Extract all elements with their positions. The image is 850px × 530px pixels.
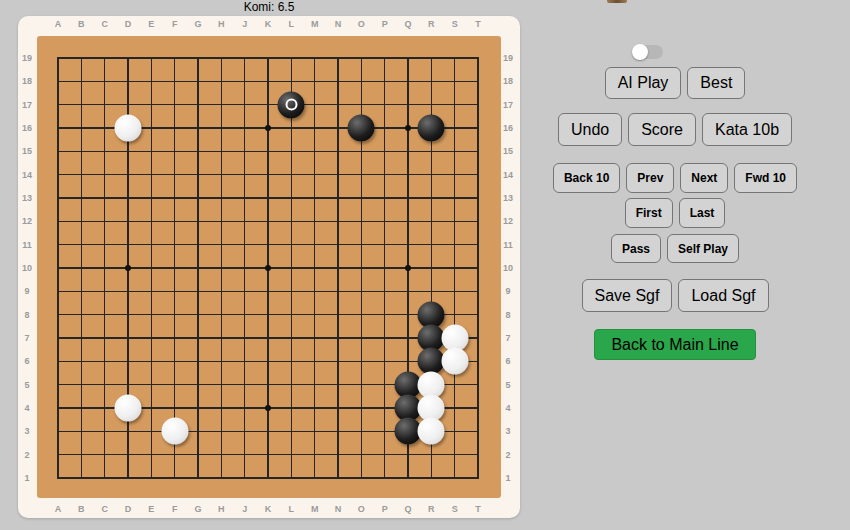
coord-label-left: 4 [24, 403, 29, 413]
coord-label-top: L [289, 19, 295, 29]
last-move-marker [285, 99, 297, 111]
save-sgf-button[interactable]: Save Sgf [582, 279, 673, 312]
coord-label-bottom: S [452, 504, 458, 514]
coord-label-top: S [452, 19, 458, 29]
back10-button[interactable]: Back 10 [553, 163, 620, 193]
star-point [265, 265, 271, 271]
coord-label-right: 11 [503, 240, 513, 250]
coord-label-right: 8 [505, 310, 510, 320]
fwd10-button[interactable]: Fwd 10 [734, 163, 797, 193]
coord-label-right: 12 [503, 216, 513, 226]
coord-label-left: 3 [24, 426, 29, 436]
grid-line-horizontal [57, 361, 479, 363]
row-undo: Undo Score Kata 10b [530, 113, 820, 146]
grid-line-horizontal [57, 291, 479, 293]
coord-label-bottom: F [172, 504, 178, 514]
coord-label-top: H [218, 19, 225, 29]
coord-label-left: 15 [22, 146, 32, 156]
first-button[interactable]: First [625, 198, 673, 228]
coord-label-bottom: Q [404, 504, 411, 514]
coord-label-right: 5 [505, 380, 510, 390]
coord-label-left: 12 [22, 216, 32, 226]
pass-button[interactable]: Pass [611, 234, 661, 263]
coord-label-top: P [382, 19, 388, 29]
load-sgf-button[interactable]: Load Sgf [678, 279, 768, 312]
coord-label-right: 3 [505, 426, 510, 436]
coord-label-top: R [428, 19, 435, 29]
coord-label-right: 15 [503, 146, 513, 156]
coord-label-right: 14 [503, 170, 513, 180]
ai-play-button[interactable]: AI Play [605, 67, 682, 99]
coord-label-top: K [265, 19, 272, 29]
coord-label-right: 10 [503, 263, 513, 273]
komi-label: Komi: 6.5 [18, 0, 520, 16]
coord-label-right: 4 [505, 403, 510, 413]
coord-label-top: C [101, 19, 108, 29]
black-stone-O16 [348, 115, 375, 142]
coord-label-top: G [194, 19, 201, 29]
coord-label-left: 10 [22, 263, 32, 273]
prev-button[interactable]: Prev [626, 163, 674, 193]
coord-label-top: N [335, 19, 342, 29]
coord-label-bottom: T [475, 504, 481, 514]
coord-label-bottom: R [428, 504, 435, 514]
coord-label-bottom: G [194, 504, 201, 514]
grid-line-vertical [337, 57, 339, 479]
coord-label-bottom: L [289, 504, 295, 514]
coord-label-top: D [125, 19, 132, 29]
row-nav: Back 10 Prev Next Fwd 10 [530, 163, 820, 193]
coord-label-right: 16 [503, 123, 513, 133]
coord-label-top: F [172, 19, 178, 29]
coord-label-right: 6 [505, 356, 510, 366]
best-button[interactable]: Best [687, 67, 745, 99]
coord-label-left: 2 [24, 450, 29, 460]
coord-label-top: T [475, 19, 481, 29]
coord-label-left: 19 [22, 53, 32, 63]
white-stone-S6 [441, 348, 468, 375]
star-point [405, 265, 411, 271]
go-board-frame: AABBCCDDEEFFGGHHJJKKLLMMNNOOPPQQRRSSTT19… [18, 16, 520, 518]
undo-button[interactable]: Undo [558, 113, 622, 146]
grid-line-horizontal [57, 477, 479, 479]
grid-line-vertical [454, 57, 456, 479]
ai-toggle-knob [632, 44, 648, 60]
row-pass: Pass Self Play [530, 234, 820, 263]
grid-line-vertical [384, 57, 386, 479]
coord-label-bottom: A [55, 504, 62, 514]
star-point [405, 125, 411, 131]
star-point [265, 405, 271, 411]
coord-label-left: 7 [24, 333, 29, 343]
grid-line-vertical [477, 57, 479, 479]
coord-label-top: E [148, 19, 154, 29]
coord-label-left: 13 [22, 193, 32, 203]
grid-line-horizontal [57, 337, 479, 339]
row-first-last: First Last [530, 198, 820, 228]
coord-label-left: 5 [24, 380, 29, 390]
black-stone-R16 [418, 115, 445, 142]
white-stone-D4 [115, 395, 142, 422]
coord-label-bottom: M [311, 504, 319, 514]
coord-label-bottom: K [265, 504, 272, 514]
coord-label-bottom: J [242, 504, 247, 514]
coord-label-top: A [55, 19, 62, 29]
star-point [265, 125, 271, 131]
coord-label-right: 17 [503, 100, 513, 110]
grid-line-vertical [314, 57, 316, 479]
white-stone-F3 [161, 418, 188, 445]
coord-label-top: M [311, 19, 319, 29]
coord-label-left: 6 [24, 356, 29, 366]
grid-line-horizontal [57, 454, 479, 456]
self-play-button[interactable]: Self Play [667, 234, 739, 263]
coord-label-bottom: N [335, 504, 342, 514]
coord-label-left: 1 [24, 473, 29, 483]
coord-label-bottom: E [148, 504, 154, 514]
coord-label-bottom: H [218, 504, 225, 514]
back-to-main-line-button[interactable]: Back to Main Line [594, 329, 755, 360]
coord-label-bottom: O [358, 504, 365, 514]
coord-label-left: 9 [24, 286, 29, 296]
coord-label-left: 17 [22, 100, 32, 110]
coord-label-right: 19 [503, 53, 513, 63]
row-main-line: Back to Main Line [530, 329, 820, 360]
cropped-image-fragment [607, 0, 627, 3]
coord-label-right: 18 [503, 76, 513, 86]
coord-label-bottom: C [101, 504, 108, 514]
coord-label-right: 9 [505, 286, 510, 296]
coord-label-top: B [78, 19, 85, 29]
coord-label-left: 16 [22, 123, 32, 133]
score-button[interactable]: Score [628, 113, 696, 146]
next-button[interactable]: Next [680, 163, 728, 193]
white-stone-R3 [418, 418, 445, 445]
coord-label-left: 18 [22, 76, 32, 86]
coord-label-bottom: P [382, 504, 388, 514]
row-sgf: Save Sgf Load Sgf [530, 279, 820, 312]
coord-label-top: Q [404, 19, 411, 29]
kata-button[interactable]: Kata 10b [702, 113, 792, 146]
coord-label-top: J [242, 19, 247, 29]
star-point [125, 265, 131, 271]
grid-line-horizontal [57, 314, 479, 316]
ai-toggle[interactable] [633, 45, 663, 59]
coord-label-right: 1 [505, 473, 510, 483]
coord-label-bottom: B [78, 504, 85, 514]
black-stone-L17 [278, 91, 305, 118]
coord-label-top: O [358, 19, 365, 29]
coord-label-bottom: D [125, 504, 132, 514]
coord-label-right: 2 [505, 450, 510, 460]
last-button[interactable]: Last [679, 198, 726, 228]
white-stone-D16 [115, 115, 142, 142]
grid-line-vertical [291, 57, 293, 479]
coord-label-left: 11 [22, 240, 32, 250]
coord-label-left: 14 [22, 170, 32, 180]
coord-label-left: 8 [24, 310, 29, 320]
coord-label-right: 7 [505, 333, 510, 343]
row-ai: AI Play Best [530, 67, 820, 99]
coord-label-right: 13 [503, 193, 513, 203]
